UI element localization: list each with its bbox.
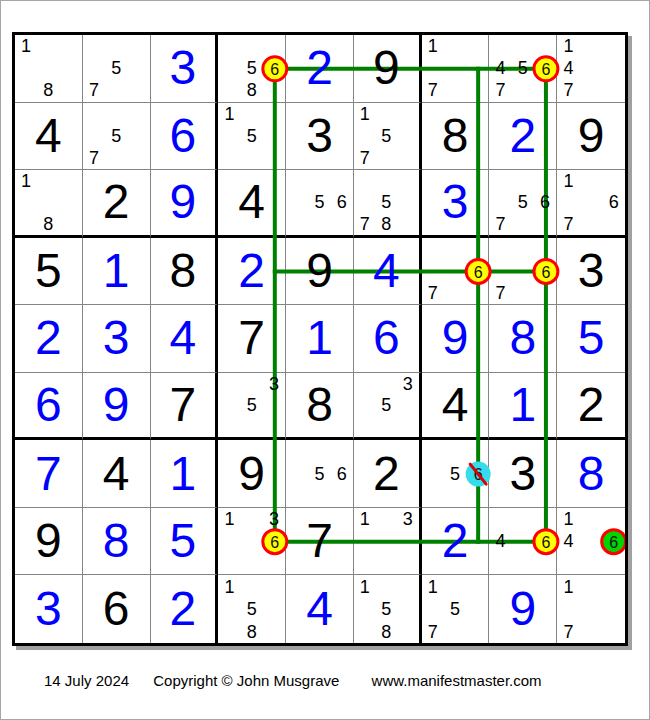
- solved-digit: 7: [15, 440, 82, 507]
- cell-r9c5[interactable]: 4: [286, 575, 354, 643]
- solved-digit: 8: [557, 440, 625, 507]
- pencil-mark-1: 1: [354, 103, 376, 125]
- given-digit: 3: [557, 238, 625, 305]
- pencil-mark-1: 1: [354, 575, 376, 598]
- pencil-mark-5: 5: [241, 394, 263, 416]
- cell-r7c9[interactable]: 8: [557, 440, 625, 508]
- cell-r5c9[interactable]: 5: [557, 305, 625, 373]
- cell-r2c4[interactable]: 15: [218, 103, 286, 171]
- cell-r4c3[interactable]: 8: [151, 238, 219, 306]
- cell-r2c7[interactable]: 8: [422, 103, 490, 171]
- pencil-mark-5: 5: [241, 598, 263, 621]
- solved-digit: 3: [15, 575, 82, 643]
- cell-r9c7[interactable]: 157: [422, 575, 490, 643]
- cell-r7c5[interactable]: 56: [286, 440, 354, 508]
- pencil-mark-5: 5: [308, 192, 330, 214]
- pencil-mark-1: 1: [15, 170, 37, 192]
- cell-r6c5[interactable]: 8: [286, 373, 354, 441]
- solved-digit: 1: [151, 440, 216, 507]
- given-digit: 8: [286, 373, 353, 438]
- cell-r6c6[interactable]: 35: [354, 373, 422, 441]
- solved-digit: 3: [422, 170, 489, 235]
- cell-r9c6[interactable]: 158: [354, 575, 422, 643]
- cell-r1c2[interactable]: 57: [83, 35, 151, 103]
- pencil-mark-7: 7: [422, 620, 444, 643]
- cell-r6c1[interactable]: 6: [15, 373, 83, 441]
- pencil-mark-8: 8: [375, 620, 397, 643]
- cell-r7c6[interactable]: 2: [354, 440, 422, 508]
- cell-r4c7[interactable]: 7: [422, 238, 490, 306]
- given-digit: 8: [151, 238, 216, 305]
- pencil-mark-7: 7: [557, 620, 580, 643]
- cell-r1c3[interactable]: 3: [151, 35, 219, 103]
- pencil-mark-3: 3: [397, 508, 419, 530]
- cell-r5c6[interactable]: 6: [354, 305, 422, 373]
- pencil-mark-7: 7: [354, 213, 376, 235]
- pencil-mark-5: 5: [105, 125, 127, 147]
- pencil-mark-4: 4: [489, 57, 511, 79]
- pencil-mark-1: 1: [422, 575, 444, 598]
- solved-digit: 6: [151, 103, 216, 170]
- cell-r3c7[interactable]: 3: [422, 170, 490, 238]
- pencil-mark-5: 5: [241, 57, 263, 79]
- given-digit: 2: [354, 440, 419, 507]
- pencil-mark-7: 7: [489, 79, 511, 101]
- cell-r2c8[interactable]: 2: [489, 103, 557, 171]
- pencil-mark-5: 5: [512, 192, 534, 214]
- pencil-mark-8: 8: [241, 620, 263, 643]
- pencil-mark-5: 5: [241, 125, 263, 147]
- pencil-mark-8: 8: [375, 213, 397, 235]
- solved-digit: 4: [354, 238, 419, 305]
- cell-r8c1[interactable]: 9: [15, 508, 83, 576]
- cell-r3c8[interactable]: 567: [489, 170, 557, 238]
- given-digit: 7: [286, 508, 353, 575]
- cell-r5c8[interactable]: 8: [489, 305, 557, 373]
- solved-digit: 3: [151, 35, 216, 102]
- cell-r1c5[interactable]: 2: [286, 35, 354, 103]
- cell-r2c1[interactable]: 4: [15, 103, 83, 171]
- solved-digit: 2: [422, 508, 489, 575]
- pencil-mark-1: 1: [354, 508, 376, 530]
- pencil-mark-6: 6: [331, 192, 353, 214]
- cell-r8c7[interactable]: 2: [422, 508, 490, 576]
- cell-r2c5[interactable]: 3: [286, 103, 354, 171]
- given-digit: 4: [422, 373, 489, 438]
- pencil-mark-6: 6: [331, 463, 353, 485]
- cell-r1c7[interactable]: 17: [422, 35, 490, 103]
- cell-r4c6[interactable]: 4: [354, 238, 422, 306]
- cell-r4c2[interactable]: 1: [83, 238, 151, 306]
- cell-r6c9[interactable]: 2: [557, 373, 625, 441]
- pencil-mark-7: 7: [83, 147, 105, 169]
- pencil-mark-5: 5: [375, 394, 397, 416]
- cell-r9c4[interactable]: 158: [218, 575, 286, 643]
- solved-digit: 2: [151, 575, 216, 643]
- footer: 14 July 2024 Copyright © John Musgrave w…: [44, 672, 542, 689]
- pencil-mark-1: 1: [218, 508, 240, 530]
- cell-r3c1[interactable]: 18: [15, 170, 83, 238]
- pencil-mark-4: 4: [557, 57, 580, 79]
- pencil-mark-7: 7: [489, 213, 511, 235]
- solved-digit: 9: [83, 373, 150, 438]
- cell-r3c6[interactable]: 578: [354, 170, 422, 238]
- cell-r6c3[interactable]: 7: [151, 373, 219, 441]
- cell-r8c9[interactable]: 14: [557, 508, 625, 576]
- cell-r3c2[interactable]: 2: [83, 170, 151, 238]
- given-digit: 9: [557, 103, 625, 170]
- given-digit: 5: [15, 238, 82, 305]
- pencil-mark-3: 3: [263, 508, 285, 530]
- cell-r4c1[interactable]: 5: [15, 238, 83, 306]
- cell-r7c2[interactable]: 4: [83, 440, 151, 508]
- cell-r9c1[interactable]: 3: [15, 575, 83, 643]
- cell-r6c8[interactable]: 1: [489, 373, 557, 441]
- given-digit: 3: [286, 103, 353, 170]
- solved-digit: 4: [151, 305, 216, 372]
- pencil-mark-5: 5: [375, 125, 397, 147]
- solved-digit: 9: [489, 575, 556, 643]
- pencil-mark-4: 4: [489, 530, 511, 552]
- cell-r4c5[interactable]: 9: [286, 238, 354, 306]
- footer-website: www.manifestmaster.com: [372, 672, 542, 689]
- page: 1857358291745714745761531578291829456578…: [0, 0, 650, 720]
- pencil-mark-8: 8: [241, 79, 263, 101]
- cell-r8c4[interactable]: 13: [218, 508, 286, 576]
- cell-r6c2[interactable]: 9: [83, 373, 151, 441]
- solved-digit: 8: [489, 305, 556, 372]
- given-digit: 7: [218, 305, 285, 372]
- cell-r3c3[interactable]: 9: [151, 170, 219, 238]
- cell-r9c2[interactable]: 6: [83, 575, 151, 643]
- given-digit: 6: [83, 575, 150, 643]
- pencil-mark-7: 7: [489, 282, 511, 304]
- cell-r7c7[interactable]: 5: [422, 440, 490, 508]
- cell-r3c5[interactable]: 56: [286, 170, 354, 238]
- cell-r1c8[interactable]: 457: [489, 35, 557, 103]
- pencil-mark-7: 7: [557, 79, 580, 101]
- pencil-mark-1: 1: [15, 35, 37, 57]
- cell-r4c9[interactable]: 3: [557, 238, 625, 306]
- pencil-mark-3: 3: [263, 373, 285, 395]
- pencil-mark-5: 5: [105, 57, 127, 79]
- cell-r5c7[interactable]: 9: [422, 305, 490, 373]
- given-digit: 7: [151, 373, 216, 438]
- solved-digit: 1: [489, 373, 556, 438]
- solved-digit: 3: [83, 305, 150, 372]
- pencil-mark-6: 6: [534, 192, 556, 214]
- solved-digit: 6: [15, 373, 82, 438]
- sudoku-grid: 1857358291745714745761531578291829456578…: [15, 35, 625, 643]
- pencil-mark-7: 7: [422, 79, 444, 101]
- solved-digit: 2: [489, 103, 556, 170]
- pencil-mark-7: 7: [354, 147, 376, 169]
- cell-r7c8[interactable]: 3: [489, 440, 557, 508]
- pencil-mark-5: 5: [444, 463, 466, 485]
- cell-r8c5[interactable]: 7: [286, 508, 354, 576]
- given-digit: 9: [15, 508, 82, 575]
- cell-r9c8[interactable]: 9: [489, 575, 557, 643]
- given-digit: 9: [286, 238, 353, 305]
- pencil-mark-8: 8: [37, 213, 59, 235]
- given-digit: 9: [354, 35, 419, 102]
- solved-digit: 2: [286, 35, 353, 102]
- cell-r7c4[interactable]: 9: [218, 440, 286, 508]
- cell-r8c2[interactable]: 8: [83, 508, 151, 576]
- cell-r7c3[interactable]: 1: [151, 440, 219, 508]
- cell-r7c1[interactable]: 7: [15, 440, 83, 508]
- solved-digit: 2: [218, 238, 285, 305]
- footer-copyright: Copyright © John Musgrave: [153, 672, 339, 689]
- cell-r9c3[interactable]: 2: [151, 575, 219, 643]
- given-digit: 2: [83, 170, 150, 235]
- solved-digit: 6: [354, 305, 419, 372]
- cell-r5c4[interactable]: 7: [218, 305, 286, 373]
- solved-digit: 4: [286, 575, 353, 643]
- pencil-mark-1: 1: [422, 35, 444, 57]
- pencil-mark-5: 5: [375, 598, 397, 621]
- cell-r4c4[interactable]: 2: [218, 238, 286, 306]
- pencil-mark-4: 4: [557, 530, 580, 552]
- given-digit: 3: [489, 440, 556, 507]
- solved-digit: 1: [83, 238, 150, 305]
- solved-digit: 5: [557, 305, 625, 372]
- pencil-mark-1: 1: [557, 170, 580, 192]
- cell-r8c6[interactable]: 13: [354, 508, 422, 576]
- pencil-mark-1: 1: [557, 575, 580, 598]
- solved-digit: 5: [151, 508, 216, 575]
- cell-r3c9[interactable]: 167: [557, 170, 625, 238]
- cell-r2c9[interactable]: 9: [557, 103, 625, 171]
- pencil-mark-7: 7: [422, 282, 444, 304]
- pencil-mark-5: 5: [308, 463, 330, 485]
- given-digit: 2: [557, 373, 625, 438]
- sudoku-board: 1857358291745714745761531578291829456578…: [12, 32, 628, 646]
- cell-r1c6[interactable]: 9: [354, 35, 422, 103]
- cell-r6c4[interactable]: 35: [218, 373, 286, 441]
- given-digit: 4: [15, 103, 82, 170]
- pencil-mark-8: 8: [37, 79, 59, 101]
- cell-r5c3[interactable]: 4: [151, 305, 219, 373]
- cell-r1c1[interactable]: 18: [15, 35, 83, 103]
- cell-r5c5[interactable]: 1: [286, 305, 354, 373]
- cell-r4c8[interactable]: 7: [489, 238, 557, 306]
- given-digit: 8: [422, 103, 489, 170]
- cell-r8c8[interactable]: 4: [489, 508, 557, 576]
- pencil-mark-1: 1: [557, 508, 580, 530]
- pencil-mark-7: 7: [83, 79, 105, 101]
- footer-date: 14 July 2024: [44, 672, 129, 689]
- solved-digit: 8: [83, 508, 150, 575]
- pencil-mark-6: 6: [602, 192, 625, 214]
- cell-r8c3[interactable]: 5: [151, 508, 219, 576]
- given-digit: 9: [218, 440, 285, 507]
- pencil-mark-1: 1: [557, 35, 580, 57]
- cell-r1c9[interactable]: 147: [557, 35, 625, 103]
- cell-r2c6[interactable]: 157: [354, 103, 422, 171]
- cell-r3c4[interactable]: 4: [218, 170, 286, 238]
- solved-digit: 9: [151, 170, 216, 235]
- pencil-mark-1: 1: [218, 103, 240, 125]
- given-digit: 4: [83, 440, 150, 507]
- cell-r2c2[interactable]: 57: [83, 103, 151, 171]
- pencil-mark-1: 1: [218, 575, 240, 598]
- cell-r5c2[interactable]: 3: [83, 305, 151, 373]
- pencil-mark-5: 5: [444, 598, 466, 621]
- pencil-mark-7: 7: [557, 213, 580, 235]
- pencil-mark-5: 5: [512, 57, 534, 79]
- given-digit: 4: [218, 170, 285, 235]
- cell-r6c7[interactable]: 4: [422, 373, 490, 441]
- solved-digit: 9: [422, 305, 489, 372]
- cell-r1c4[interactable]: 58: [218, 35, 286, 103]
- cell-r2c3[interactable]: 6: [151, 103, 219, 171]
- solved-digit: 2: [15, 305, 82, 372]
- pencil-mark-3: 3: [397, 373, 419, 395]
- cell-r9c9[interactable]: 17: [557, 575, 625, 643]
- pencil-mark-5: 5: [375, 192, 397, 214]
- solved-digit: 1: [286, 305, 353, 372]
- cell-r5c1[interactable]: 2: [15, 305, 83, 373]
